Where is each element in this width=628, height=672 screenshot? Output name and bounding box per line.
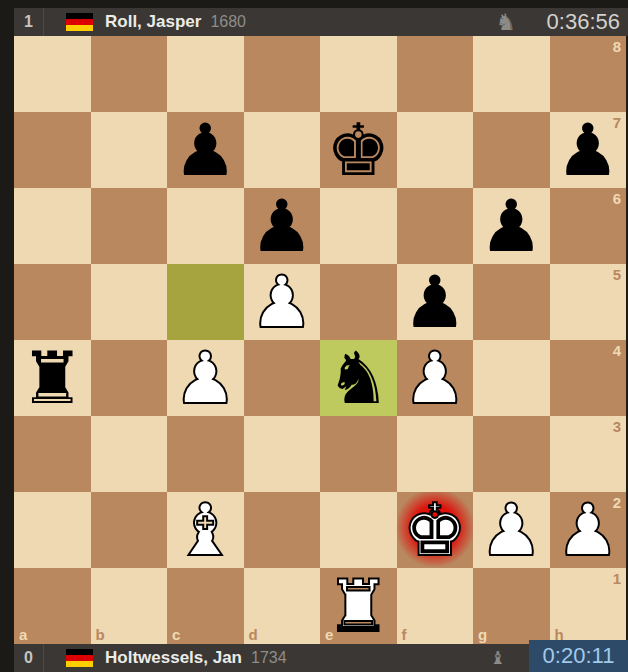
piece-black-pawn[interactable]: ♟ — [173, 114, 238, 186]
square-e2[interactable] — [320, 492, 397, 568]
square-g7[interactable] — [473, 112, 550, 188]
square-f6[interactable] — [397, 188, 474, 264]
piece-white-pawn[interactable]: ♟ — [555, 494, 620, 566]
square-d6[interactable]: ♟ — [244, 188, 321, 264]
file-label-c: c — [172, 627, 180, 642]
top-player-score: 1 — [14, 13, 43, 31]
square-a5[interactable] — [14, 264, 91, 340]
bottom-player-clock: 0:20:11 — [529, 640, 628, 672]
chess-board[interactable]: 8♟♚♟7♟♟6♟♟5♜♟♞♟43♝♚♟♟2abcd♜efg1h — [14, 36, 626, 644]
piece-white-pawn[interactable]: ♟ — [479, 494, 544, 566]
rank-label-8: 8 — [613, 39, 621, 54]
piece-white-bishop[interactable]: ♝ — [173, 494, 238, 566]
square-d7[interactable] — [244, 112, 321, 188]
piece-black-pawn[interactable]: ♟ — [479, 190, 544, 262]
top-player-bar: 1 Roll, Jasper 1680 ♞ 0:36:56 — [14, 8, 628, 36]
square-a2[interactable] — [14, 492, 91, 568]
square-e5[interactable] — [320, 264, 397, 340]
piece-black-rook[interactable]: ♜ — [20, 342, 85, 414]
square-c7[interactable]: ♟ — [167, 112, 244, 188]
bottom-player-score: 0 — [14, 649, 43, 667]
square-g8[interactable] — [473, 36, 550, 112]
file-label-g: g — [478, 627, 487, 642]
square-e1[interactable]: ♜e — [320, 568, 397, 644]
square-d8[interactable] — [244, 36, 321, 112]
square-d3[interactable] — [244, 416, 321, 492]
separator — [43, 8, 44, 36]
top-player-rating: 1680 — [210, 13, 246, 31]
square-g2[interactable]: ♟ — [473, 492, 550, 568]
square-g1[interactable]: g — [473, 568, 550, 644]
square-g6[interactable]: ♟ — [473, 188, 550, 264]
rank-label-5: 5 — [613, 267, 621, 282]
square-h3[interactable]: 3 — [550, 416, 627, 492]
square-h8[interactable]: 8 — [550, 36, 627, 112]
file-label-d: d — [249, 627, 258, 642]
square-e3[interactable] — [320, 416, 397, 492]
square-d5[interactable]: ♟ — [244, 264, 321, 340]
square-f1[interactable]: f — [397, 568, 474, 644]
square-b1[interactable]: b — [91, 568, 168, 644]
piece-black-knight[interactable]: ♞ — [326, 342, 391, 414]
bishop-icon: ♝ — [490, 649, 506, 667]
rank-label-4: 4 — [613, 343, 621, 358]
rank-label-3: 3 — [613, 419, 621, 434]
square-c1[interactable]: c — [167, 568, 244, 644]
separator — [43, 644, 44, 672]
top-player-clock: 0:36:56 — [540, 9, 620, 35]
square-b4[interactable] — [91, 340, 168, 416]
square-c8[interactable] — [167, 36, 244, 112]
rank-label-2: 2 — [613, 495, 621, 510]
piece-white-rook[interactable]: ♜ — [326, 570, 391, 642]
file-label-f: f — [402, 627, 407, 642]
bottom-player-rating: 1734 — [251, 649, 287, 667]
chess-app-screen: 1 Roll, Jasper 1680 ♞ 0:36:56 8♟♚♟7♟♟6♟♟… — [0, 0, 628, 672]
square-b6[interactable] — [91, 188, 168, 264]
file-label-e: e — [325, 627, 333, 642]
square-b7[interactable] — [91, 112, 168, 188]
square-d2[interactable] — [244, 492, 321, 568]
square-d1[interactable]: d — [244, 568, 321, 644]
square-h1[interactable]: 1h — [550, 568, 627, 644]
piece-black-king[interactable]: ♚ — [326, 114, 391, 186]
rank-label-6: 6 — [613, 191, 621, 206]
square-e7[interactable]: ♚ — [320, 112, 397, 188]
piece-black-pawn[interactable]: ♟ — [555, 114, 620, 186]
germany-flag-icon — [66, 13, 93, 31]
square-h5[interactable]: 5 — [550, 264, 627, 340]
square-h6[interactable]: 6 — [550, 188, 627, 264]
piece-white-pawn[interactable]: ♟ — [249, 266, 314, 338]
square-h4[interactable]: 4 — [550, 340, 627, 416]
germany-flag-icon — [66, 649, 93, 667]
square-d4[interactable] — [244, 340, 321, 416]
square-a6[interactable] — [14, 188, 91, 264]
piece-white-pawn[interactable]: ♟ — [173, 342, 238, 414]
square-e6[interactable] — [320, 188, 397, 264]
square-c2[interactable]: ♝ — [167, 492, 244, 568]
square-f7[interactable] — [397, 112, 474, 188]
square-b8[interactable] — [91, 36, 168, 112]
square-f5[interactable]: ♟ — [397, 264, 474, 340]
square-b3[interactable] — [91, 416, 168, 492]
square-a3[interactable] — [14, 416, 91, 492]
knight-icon: ♞ — [495, 11, 516, 34]
square-g5[interactable] — [473, 264, 550, 340]
square-e8[interactable] — [320, 36, 397, 112]
rank-label-7: 7 — [613, 115, 621, 130]
square-a1[interactable]: a — [14, 568, 91, 644]
square-f8[interactable] — [397, 36, 474, 112]
square-a7[interactable] — [14, 112, 91, 188]
square-f3[interactable] — [397, 416, 474, 492]
piece-white-pawn[interactable]: ♟ — [402, 342, 467, 414]
bottom-player-name[interactable]: Holtwessels, Jan — [105, 648, 242, 668]
square-g3[interactable] — [473, 416, 550, 492]
piece-white-king[interactable]: ♚ — [402, 494, 467, 566]
piece-black-pawn[interactable]: ♟ — [402, 266, 467, 338]
square-b2[interactable] — [91, 492, 168, 568]
square-f4[interactable]: ♟ — [397, 340, 474, 416]
square-g4[interactable] — [473, 340, 550, 416]
file-label-b: b — [96, 627, 105, 642]
square-a8[interactable] — [14, 36, 91, 112]
square-f2[interactable]: ♚ — [397, 492, 474, 568]
rank-label-1: 1 — [613, 571, 621, 586]
square-a4[interactable]: ♜ — [14, 340, 91, 416]
square-c3[interactable] — [167, 416, 244, 492]
square-b5[interactable] — [91, 264, 168, 340]
square-c5[interactable] — [167, 264, 244, 340]
square-h2[interactable]: ♟2 — [550, 492, 627, 568]
square-e4[interactable]: ♞ — [320, 340, 397, 416]
square-c6[interactable] — [167, 188, 244, 264]
square-h7[interactable]: ♟7 — [550, 112, 627, 188]
file-label-a: a — [19, 627, 27, 642]
bottom-player-bar: 0 Holtwessels, Jan 1734 ♝ 0:20:11 — [14, 644, 628, 672]
square-c4[interactable]: ♟ — [167, 340, 244, 416]
top-player-name[interactable]: Roll, Jasper — [105, 12, 201, 32]
piece-black-pawn[interactable]: ♟ — [249, 190, 314, 262]
